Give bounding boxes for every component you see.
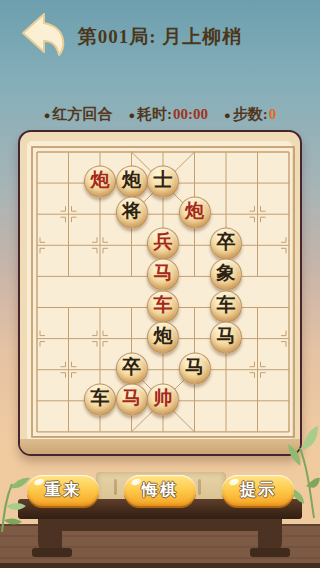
bullet-icon: ● — [44, 109, 51, 121]
restart-button[interactable]: 重来 — [27, 475, 99, 506]
status-bar: ● 红方回合 ● 耗时: 00:00 ● 步数: 0 — [0, 105, 320, 124]
piece-black-马[interactable]: 马 — [210, 321, 242, 353]
piece-black-炮[interactable]: 炮 — [116, 165, 148, 197]
turn-indicator: ● 红方回合 — [44, 105, 113, 124]
piece-character: 卒 — [122, 354, 141, 380]
piece-character: 士 — [154, 167, 173, 193]
piece-character: 将 — [122, 199, 141, 225]
turn-label: 红方回合 — [52, 105, 112, 124]
piece-character: 马 — [185, 354, 204, 380]
steps-value: 0 — [269, 106, 277, 123]
piece-character: 马 — [217, 323, 236, 349]
piece-character: 炮 — [185, 199, 204, 225]
piece-red-马[interactable]: 马 — [147, 259, 179, 291]
elapsed-time: ● 耗时: 00:00 — [128, 105, 208, 124]
piece-character: 车 — [91, 385, 110, 411]
hint-button[interactable]: 提示 — [222, 475, 294, 506]
piece-black-卒[interactable]: 卒 — [210, 228, 242, 260]
piece-character: 帅 — [154, 385, 173, 411]
piece-red-炮[interactable]: 炮 — [84, 165, 116, 197]
piece-red-车[interactable]: 车 — [147, 290, 179, 322]
steps-label: 步数: — [233, 105, 268, 124]
piece-character: 卒 — [217, 230, 236, 256]
bullet-icon: ● — [224, 109, 231, 121]
xiangqi-board[interactable]: 炮炮士将炮兵卒马象车车炮马卒马车马帅 — [18, 130, 302, 456]
undo-button[interactable]: 悔棋 — [124, 475, 196, 506]
floor-shadow — [0, 563, 320, 568]
piece-black-车[interactable]: 车 — [210, 290, 242, 322]
piece-black-马[interactable]: 马 — [179, 352, 211, 384]
table-stretcher — [56, 518, 264, 531]
piece-black-炮[interactable]: 炮 — [147, 321, 179, 353]
piece-character: 象 — [217, 261, 236, 287]
piece-character: 炮 — [122, 167, 141, 193]
time-label: 耗时: — [137, 105, 172, 124]
piece-character: 车 — [217, 292, 236, 318]
step-counter: ● 步数: 0 — [224, 105, 276, 124]
piece-black-卒[interactable]: 卒 — [116, 352, 148, 384]
piece-red-帅[interactable]: 帅 — [147, 383, 179, 415]
piece-black-士[interactable]: 士 — [147, 165, 179, 197]
page-title: 第001局: 月上柳梢 — [0, 24, 320, 50]
piece-character: 马 — [122, 385, 141, 411]
piece-black-将[interactable]: 将 — [116, 197, 148, 229]
table-foot-left — [32, 548, 72, 557]
piece-red-炮[interactable]: 炮 — [179, 197, 211, 229]
game-screen: { "app": { "title": "第001局: 月上柳梢" }, "st… — [0, 0, 320, 568]
table-foot-right — [250, 548, 290, 557]
piece-red-兵[interactable]: 兵 — [147, 228, 179, 260]
bullet-icon: ● — [128, 109, 135, 121]
piece-character: 车 — [154, 292, 173, 318]
piece-red-马[interactable]: 马 — [116, 383, 148, 415]
piece-character: 马 — [154, 261, 173, 287]
piece-character: 兵 — [154, 230, 173, 256]
piece-character: 炮 — [91, 167, 110, 193]
time-value: 00:00 — [173, 106, 208, 123]
action-button-row: 重来 悔棋 提示 — [0, 475, 320, 506]
piece-black-象[interactable]: 象 — [210, 259, 242, 291]
piece-character: 炮 — [154, 323, 173, 349]
piece-black-车[interactable]: 车 — [84, 383, 116, 415]
